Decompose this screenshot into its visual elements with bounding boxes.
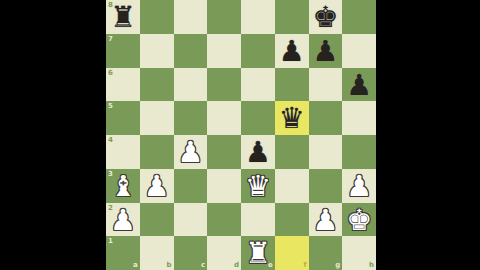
square-b4[interactable]: [140, 135, 174, 169]
square-h8[interactable]: [342, 0, 376, 34]
square-e7[interactable]: [241, 34, 275, 68]
square-g3[interactable]: [309, 169, 343, 203]
square-h2[interactable]: ♚: [342, 203, 376, 237]
white-pawn[interactable]: ♟: [309, 203, 343, 237]
square-d6[interactable]: [207, 68, 241, 102]
square-d7[interactable]: [207, 34, 241, 68]
square-c1[interactable]: c: [174, 236, 208, 270]
square-a4[interactable]: 4: [106, 135, 140, 169]
letterbox-right: [376, 0, 480, 270]
chess-board: 8♜♚7♟♟6♟5♛4♟♟3♝♟♛♟2♟♟♚1abcde♜fgh: [106, 0, 376, 270]
square-g2[interactable]: ♟: [309, 203, 343, 237]
square-b7[interactable]: [140, 34, 174, 68]
black-rook[interactable]: ♜: [106, 0, 140, 34]
square-e2[interactable]: [241, 203, 275, 237]
white-pawn[interactable]: ♟: [342, 169, 376, 203]
square-c6[interactable]: [174, 68, 208, 102]
square-g1[interactable]: g: [309, 236, 343, 270]
square-e4[interactable]: ♟: [241, 135, 275, 169]
square-c2[interactable]: [174, 203, 208, 237]
square-f8[interactable]: [275, 0, 309, 34]
square-e8[interactable]: [241, 0, 275, 34]
square-c4[interactable]: ♟: [174, 135, 208, 169]
square-b6[interactable]: [140, 68, 174, 102]
rank-label-7: 7: [108, 35, 113, 43]
square-d8[interactable]: [207, 0, 241, 34]
square-d5[interactable]: [207, 101, 241, 135]
square-a1[interactable]: 1a: [106, 236, 140, 270]
square-h6[interactable]: ♟: [342, 68, 376, 102]
file-label-a: a: [133, 261, 138, 269]
black-pawn[interactable]: ♟: [241, 135, 275, 169]
square-c7[interactable]: [174, 34, 208, 68]
rank-label-1: 1: [108, 237, 113, 245]
square-e5[interactable]: [241, 101, 275, 135]
square-c5[interactable]: [174, 101, 208, 135]
square-b3[interactable]: ♟: [140, 169, 174, 203]
square-h7[interactable]: [342, 34, 376, 68]
white-rook[interactable]: ♜: [241, 236, 275, 270]
white-bishop[interactable]: ♝: [106, 169, 140, 203]
square-a3[interactable]: 3♝: [106, 169, 140, 203]
square-d2[interactable]: [207, 203, 241, 237]
square-d4[interactable]: [207, 135, 241, 169]
white-pawn[interactable]: ♟: [140, 169, 174, 203]
square-a2[interactable]: 2♟: [106, 203, 140, 237]
square-a8[interactable]: 8♜: [106, 0, 140, 34]
square-h3[interactable]: ♟: [342, 169, 376, 203]
white-king[interactable]: ♚: [342, 203, 376, 237]
square-f6[interactable]: [275, 68, 309, 102]
black-king[interactable]: ♚: [309, 0, 343, 34]
square-c8[interactable]: [174, 0, 208, 34]
black-pawn[interactable]: ♟: [342, 68, 376, 102]
square-g4[interactable]: [309, 135, 343, 169]
file-label-d: d: [234, 261, 239, 269]
square-f5[interactable]: ♛: [275, 101, 309, 135]
white-queen[interactable]: ♛: [241, 169, 275, 203]
rank-label-6: 6: [108, 69, 113, 77]
square-b1[interactable]: b: [140, 236, 174, 270]
rank-label-5: 5: [108, 102, 113, 110]
square-a5[interactable]: 5: [106, 101, 140, 135]
square-a7[interactable]: 7: [106, 34, 140, 68]
square-f2[interactable]: [275, 203, 309, 237]
file-label-f: f: [303, 261, 306, 269]
square-d3[interactable]: [207, 169, 241, 203]
file-label-b: b: [166, 261, 171, 269]
black-pawn[interactable]: ♟: [309, 34, 343, 68]
white-pawn[interactable]: ♟: [106, 203, 140, 237]
square-e6[interactable]: [241, 68, 275, 102]
letterbox-left: [0, 0, 106, 270]
square-d1[interactable]: d: [207, 236, 241, 270]
square-c3[interactable]: [174, 169, 208, 203]
square-g5[interactable]: [309, 101, 343, 135]
square-f4[interactable]: [275, 135, 309, 169]
square-b5[interactable]: [140, 101, 174, 135]
square-f3[interactable]: [275, 169, 309, 203]
black-queen[interactable]: ♛: [275, 101, 309, 135]
file-label-h: h: [369, 261, 374, 269]
square-h4[interactable]: [342, 135, 376, 169]
square-f7[interactable]: ♟: [275, 34, 309, 68]
square-b8[interactable]: [140, 0, 174, 34]
square-e3[interactable]: ♛: [241, 169, 275, 203]
square-h1[interactable]: h: [342, 236, 376, 270]
square-f1[interactable]: f: [275, 236, 309, 270]
square-g7[interactable]: ♟: [309, 34, 343, 68]
black-pawn[interactable]: ♟: [275, 34, 309, 68]
square-a6[interactable]: 6: [106, 68, 140, 102]
square-g8[interactable]: ♚: [309, 0, 343, 34]
file-label-g: g: [335, 261, 340, 269]
rank-label-4: 4: [108, 136, 113, 144]
square-g6[interactable]: [309, 68, 343, 102]
square-b2[interactable]: [140, 203, 174, 237]
square-e1[interactable]: e♜: [241, 236, 275, 270]
square-h5[interactable]: [342, 101, 376, 135]
white-pawn[interactable]: ♟: [174, 135, 208, 169]
file-label-c: c: [201, 261, 205, 269]
